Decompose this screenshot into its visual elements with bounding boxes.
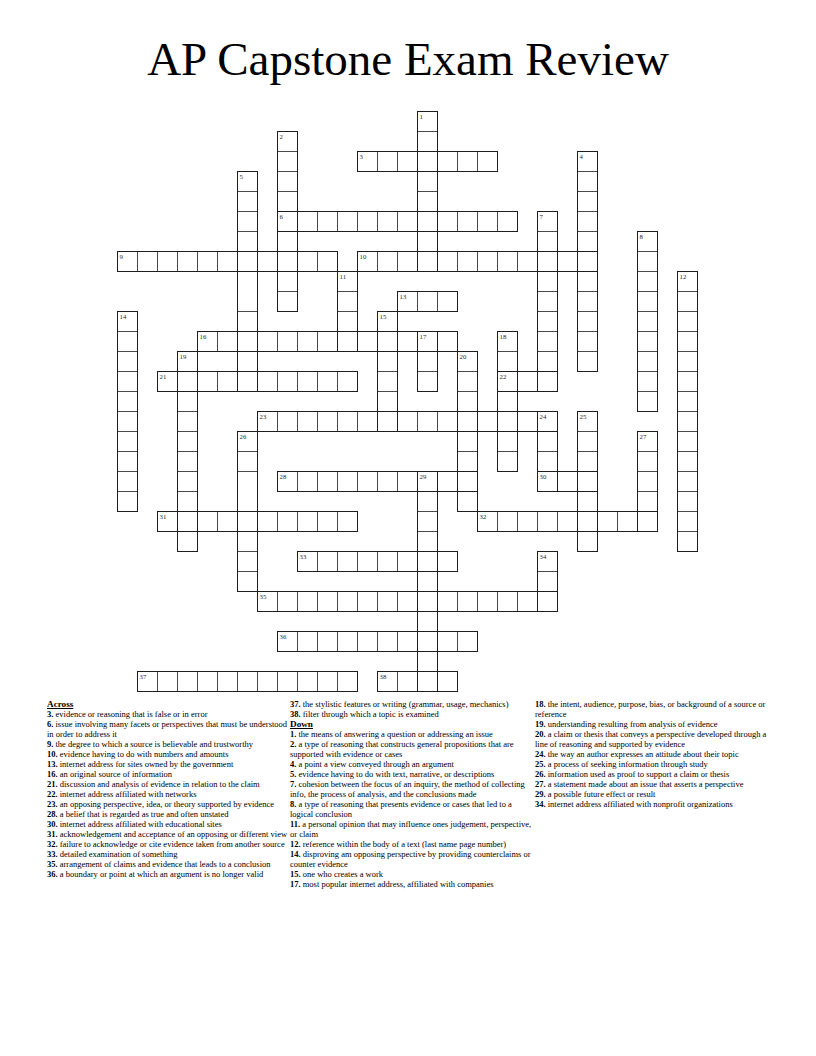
grid-cell[interactable]: [577, 231, 598, 252]
grid-cell[interactable]: [397, 551, 418, 572]
grid-cell[interactable]: [417, 331, 438, 352]
grid-cell[interactable]: [477, 151, 498, 172]
grid-cell[interactable]: [677, 291, 698, 312]
grid-cell[interactable]: [457, 411, 478, 432]
grid-cell[interactable]: [237, 211, 258, 232]
grid-cell[interactable]: [177, 451, 198, 472]
grid-cell[interactable]: [237, 671, 258, 692]
grid-cell[interactable]: [677, 311, 698, 332]
grid-cell[interactable]: [177, 351, 198, 372]
grid-cell[interactable]: [537, 291, 558, 312]
grid-cell[interactable]: [337, 271, 358, 292]
grid-cell[interactable]: [237, 251, 258, 272]
grid-cell[interactable]: [537, 351, 558, 372]
grid-cell[interactable]: [517, 371, 538, 392]
grid-cell[interactable]: [117, 491, 138, 512]
grid-cell[interactable]: [297, 471, 318, 492]
grid-cell[interactable]: [437, 331, 458, 352]
grid-cell[interactable]: [417, 671, 438, 692]
grid-cell[interactable]: [237, 171, 258, 192]
grid-cell[interactable]: [377, 351, 398, 372]
grid-cell[interactable]: [417, 631, 438, 652]
grid-cell[interactable]: [417, 551, 438, 572]
grid-cell[interactable]: [437, 211, 458, 232]
grid-cell[interactable]: [337, 511, 358, 532]
grid-cell[interactable]: [537, 431, 558, 452]
grid-cell[interactable]: [477, 211, 498, 232]
grid-cell[interactable]: [257, 591, 278, 612]
grid-cell[interactable]: [417, 471, 438, 492]
grid-cell[interactable]: [317, 251, 338, 272]
grid-cell[interactable]: [417, 511, 438, 532]
grid-cell[interactable]: [177, 471, 198, 492]
grid-cell[interactable]: [637, 231, 658, 252]
grid-cell[interactable]: [417, 171, 438, 192]
grid-cell[interactable]: [337, 211, 358, 232]
grid-cell[interactable]: [437, 671, 458, 692]
grid-cell[interactable]: [477, 411, 498, 432]
grid-cell[interactable]: [297, 371, 318, 392]
grid-cell[interactable]: [257, 251, 278, 272]
grid-cell[interactable]: [357, 411, 378, 432]
grid-cell[interactable]: [477, 591, 498, 612]
grid-cell[interactable]: [177, 391, 198, 412]
grid-cell[interactable]: [237, 231, 258, 252]
grid-cell[interactable]: [397, 151, 418, 172]
grid-cell[interactable]: [257, 671, 278, 692]
grid-cell[interactable]: [417, 591, 438, 612]
grid-cell[interactable]: [397, 671, 418, 692]
grid-cell[interactable]: [537, 551, 558, 572]
grid-cell[interactable]: [277, 291, 298, 312]
clue-down-18: 18. the intent, audience, purpose, bias,…: [535, 699, 777, 719]
grid-cell[interactable]: [297, 411, 318, 432]
grid-cell[interactable]: [337, 471, 358, 492]
grid-cell[interactable]: [437, 411, 458, 432]
grid-cell[interactable]: [537, 211, 558, 232]
grid-cell[interactable]: [177, 511, 198, 532]
grid-cell[interactable]: [317, 331, 338, 352]
grid-cell[interactable]: [617, 511, 638, 532]
grid-cell[interactable]: [557, 511, 578, 532]
grid-cell[interactable]: [517, 251, 538, 272]
grid-cell[interactable]: [417, 151, 438, 172]
grid-cell[interactable]: [197, 511, 218, 532]
grid-cell[interactable]: [377, 211, 398, 232]
clue-down-20: 20. a claim or thesis that conveys a per…: [535, 729, 777, 749]
grid-cell[interactable]: [497, 511, 518, 532]
grid-cell[interactable]: [497, 591, 518, 612]
grid-cell[interactable]: [637, 251, 658, 272]
grid-cell[interactable]: [137, 251, 158, 272]
grid-cell[interactable]: [377, 331, 398, 352]
grid-cell[interactable]: [677, 271, 698, 292]
grid-cell[interactable]: [317, 471, 338, 492]
grid-cell[interactable]: [377, 631, 398, 652]
grid-cell[interactable]: [357, 331, 378, 352]
grid-cell[interactable]: [277, 331, 298, 352]
grid-cell[interactable]: [497, 351, 518, 372]
grid-cell[interactable]: [457, 351, 478, 372]
grid-cell[interactable]: [577, 151, 598, 172]
grid-cell[interactable]: [457, 251, 478, 272]
grid-cell[interactable]: [237, 431, 258, 452]
grid-cell[interactable]: [417, 411, 438, 432]
grid-cell[interactable]: [577, 331, 598, 352]
grid-cell[interactable]: [297, 591, 318, 612]
grid-cell[interactable]: [177, 671, 198, 692]
grid-cell[interactable]: [677, 411, 698, 432]
clue-number: 12.: [290, 839, 301, 849]
grid-cell[interactable]: [417, 571, 438, 592]
grid-cell[interactable]: [317, 211, 338, 232]
grid-cell[interactable]: [317, 631, 338, 652]
grid-cell[interactable]: [537, 411, 558, 432]
grid-cell[interactable]: [437, 151, 458, 172]
grid-cell[interactable]: [117, 431, 138, 452]
grid-cell[interactable]: [317, 511, 338, 532]
grid-cell[interactable]: [457, 151, 478, 172]
grid-cell[interactable]: [237, 331, 258, 352]
grid-cell[interactable]: [177, 251, 198, 272]
grid-cell[interactable]: [317, 411, 338, 432]
grid-cell[interactable]: [357, 551, 378, 572]
grid-cell[interactable]: [377, 151, 398, 172]
grid-cell[interactable]: [117, 471, 138, 492]
grid-cell[interactable]: [577, 271, 598, 292]
grid-cell[interactable]: [637, 311, 658, 332]
grid-cell[interactable]: [377, 591, 398, 612]
clue-down-15: 15. one who creates a work: [290, 869, 532, 879]
grid-cell[interactable]: [637, 511, 658, 532]
grid-cell[interactable]: [577, 471, 598, 492]
clue-across-3: 3. evidence or reasoning that is false o…: [47, 709, 289, 719]
grid-cell[interactable]: [637, 291, 658, 312]
grid-cell[interactable]: [297, 511, 318, 532]
grid-cell[interactable]: [277, 271, 298, 292]
grid-cell[interactable]: [237, 351, 258, 372]
grid-cell[interactable]: [357, 151, 378, 172]
grid-cell[interactable]: [537, 251, 558, 272]
grid-cell[interactable]: [177, 371, 198, 392]
grid-cell[interactable]: [257, 371, 278, 392]
grid-cell[interactable]: [117, 411, 138, 432]
grid-cell[interactable]: [457, 451, 478, 472]
grid-cell[interactable]: [677, 491, 698, 512]
grid-cell[interactable]: [677, 431, 698, 452]
grid-cell[interactable]: [637, 491, 658, 512]
grid-cell[interactable]: [357, 591, 378, 612]
grid-cell[interactable]: [457, 591, 478, 612]
grid-cell[interactable]: [237, 311, 258, 332]
grid-cell[interactable]: [397, 251, 418, 272]
grid-cell[interactable]: [117, 371, 138, 392]
clue-number: 27.: [535, 779, 546, 789]
grid-cell[interactable]: [277, 191, 298, 212]
grid-cell[interactable]: [197, 671, 218, 692]
grid-cell[interactable]: [437, 471, 458, 492]
grid-cell[interactable]: [677, 391, 698, 412]
grid-cell[interactable]: [577, 491, 598, 512]
grid-cell[interactable]: [537, 231, 558, 252]
grid-cell[interactable]: [377, 391, 398, 412]
grid-cell[interactable]: [177, 431, 198, 452]
grid-cell[interactable]: [397, 411, 418, 432]
grid-cell[interactable]: [277, 171, 298, 192]
grid-cell[interactable]: [417, 351, 438, 372]
grid-cell[interactable]: [437, 591, 458, 612]
grid-cell[interactable]: [417, 291, 438, 312]
grid-cell[interactable]: [277, 211, 298, 232]
grid-cell[interactable]: [177, 411, 198, 432]
grid-cell[interactable]: [117, 331, 138, 352]
grid-cell[interactable]: [397, 631, 418, 652]
grid-cell[interactable]: [537, 331, 558, 352]
grid-cell[interactable]: [297, 211, 318, 232]
grid-cell[interactable]: [537, 571, 558, 592]
grid-cell[interactable]: [177, 491, 198, 512]
grid-cell[interactable]: [537, 271, 558, 292]
grid-cell[interactable]: [157, 511, 178, 532]
grid-cell[interactable]: [257, 331, 278, 352]
grid-cell[interactable]: [637, 471, 658, 492]
grid-cell[interactable]: [417, 211, 438, 232]
grid-cell[interactable]: [577, 171, 598, 192]
grid-cell[interactable]: [237, 531, 258, 552]
grid-cell[interactable]: [637, 331, 658, 352]
grid-cell[interactable]: [577, 191, 598, 212]
grid-cell[interactable]: [317, 591, 338, 612]
grid-cell[interactable]: [377, 371, 398, 392]
grid-cell[interactable]: [457, 491, 478, 512]
grid-cell[interactable]: [497, 391, 518, 412]
grid-cell[interactable]: [537, 471, 558, 492]
grid-cell[interactable]: [457, 371, 478, 392]
grid-cell[interactable]: [597, 511, 618, 532]
grid-cell[interactable]: [437, 551, 458, 572]
grid-cell[interactable]: [417, 191, 438, 212]
grid-cell[interactable]: [177, 531, 198, 552]
grid-cell[interactable]: [237, 551, 258, 572]
grid-cell[interactable]: [197, 331, 218, 352]
grid-cell[interactable]: [337, 411, 358, 432]
grid-cell[interactable]: [157, 371, 178, 392]
grid-cell[interactable]: [117, 351, 138, 372]
grid-cell[interactable]: [397, 591, 418, 612]
grid-cell[interactable]: [417, 371, 438, 392]
grid-cell[interactable]: [577, 531, 598, 552]
grid-cell[interactable]: [357, 471, 378, 492]
grid-cell[interactable]: [457, 631, 478, 652]
grid-cell[interactable]: [457, 471, 478, 492]
grid-cell[interactable]: [637, 391, 658, 412]
grid-cell[interactable]: [277, 231, 298, 252]
grid-cell[interactable]: [357, 211, 378, 232]
grid-cell[interactable]: [477, 251, 498, 272]
grid-cell[interactable]: [277, 471, 298, 492]
clue-number: 17.: [290, 879, 301, 889]
grid-cell[interactable]: [677, 451, 698, 472]
grid-cell[interactable]: [637, 351, 658, 372]
grid-cell[interactable]: [517, 411, 538, 432]
grid-cell[interactable]: [277, 631, 298, 652]
grid-cell[interactable]: [277, 671, 298, 692]
grid-cell[interactable]: [397, 331, 418, 352]
grid-cell[interactable]: [457, 211, 478, 232]
grid-cell[interactable]: [537, 311, 558, 332]
grid-cell[interactable]: [397, 471, 418, 492]
grid-cell[interactable]: [517, 591, 538, 612]
grid-cell[interactable]: [557, 251, 578, 272]
grid-cell[interactable]: [377, 471, 398, 492]
grid-cell[interactable]: [137, 671, 158, 692]
grid-cell[interactable]: [337, 291, 358, 312]
grid-cell[interactable]: [577, 411, 598, 432]
grid-cell[interactable]: [237, 191, 258, 212]
grid-cell[interactable]: [497, 451, 518, 472]
grid-cell[interactable]: [557, 471, 578, 492]
grid-cell[interactable]: [297, 631, 318, 652]
grid-cell[interactable]: [417, 491, 438, 512]
grid-cell[interactable]: [577, 211, 598, 232]
grid-cell[interactable]: [277, 411, 298, 432]
grid-cell[interactable]: [677, 511, 698, 532]
grid-cell[interactable]: [377, 311, 398, 332]
grid-cell[interactable]: [537, 451, 558, 472]
grid-cell[interactable]: [677, 331, 698, 352]
grid-cell[interactable]: [337, 591, 358, 612]
grid-cell[interactable]: [297, 251, 318, 272]
grid-cell[interactable]: [237, 371, 258, 392]
grid-cell[interactable]: [437, 251, 458, 272]
grid-cell[interactable]: [417, 111, 438, 132]
grid-cell[interactable]: [317, 371, 338, 392]
grid-cell[interactable]: [117, 251, 138, 272]
grid-cell[interactable]: [577, 351, 598, 372]
clue-number: 2.: [290, 739, 296, 749]
grid-cell[interactable]: [377, 411, 398, 432]
grid-cell[interactable]: [417, 531, 438, 552]
grid-cell[interactable]: [497, 331, 518, 352]
clue-number: 34.: [535, 799, 546, 809]
grid-cell[interactable]: [397, 211, 418, 232]
grid-cell[interactable]: [377, 671, 398, 692]
grid-cell[interactable]: [217, 371, 238, 392]
grid-cell[interactable]: [377, 251, 398, 272]
grid-cell[interactable]: [517, 511, 538, 532]
grid-cell[interactable]: [197, 251, 218, 272]
grid-cell[interactable]: [357, 251, 378, 272]
grid-cell[interactable]: [257, 411, 278, 432]
grid-cell[interactable]: [497, 371, 518, 392]
grid-cell[interactable]: [337, 331, 358, 352]
clue-down-24: 24. the way an author expresses an attit…: [535, 749, 777, 759]
grid-cell[interactable]: [297, 331, 318, 352]
grid-cell[interactable]: [577, 311, 598, 332]
grid-cell[interactable]: [457, 431, 478, 452]
grid-cell[interactable]: [497, 431, 518, 452]
grid-cell[interactable]: [677, 351, 698, 372]
grid-cell[interactable]: [277, 251, 298, 272]
grid-cell[interactable]: [417, 251, 438, 272]
grid-cell[interactable]: [577, 251, 598, 272]
grid-cell[interactable]: [277, 591, 298, 612]
grid-cell[interactable]: [157, 251, 178, 272]
grid-cell[interactable]: [217, 251, 238, 272]
grid-cell[interactable]: [217, 331, 238, 352]
grid-cell[interactable]: [437, 291, 458, 312]
grid-cell[interactable]: [637, 271, 658, 292]
grid-cell[interactable]: [637, 431, 658, 452]
grid-cell[interactable]: [197, 371, 218, 392]
grid-cell[interactable]: [297, 551, 318, 572]
grid-cell[interactable]: [337, 311, 358, 332]
grid-cell[interactable]: [677, 471, 698, 492]
clue-number: 30.: [47, 819, 58, 829]
clue-down-34: 34. internet address affiliated with non…: [535, 799, 777, 809]
grid-cell[interactable]: [477, 511, 498, 532]
grid-cell[interactable]: [577, 291, 598, 312]
grid-cell[interactable]: [337, 371, 358, 392]
grid-cell[interactable]: [537, 591, 558, 612]
grid-cell[interactable]: [217, 511, 238, 532]
grid-cell[interactable]: [337, 551, 358, 572]
grid-cell[interactable]: [497, 211, 518, 232]
grid-cell[interactable]: [497, 411, 518, 432]
grid-cell[interactable]: [417, 131, 438, 152]
grid-cell[interactable]: [117, 391, 138, 412]
grid-cell[interactable]: [497, 251, 518, 272]
grid-cell[interactable]: [677, 531, 698, 552]
grid-cell[interactable]: [237, 451, 258, 472]
grid-cell[interactable]: [577, 451, 598, 472]
grid-cell[interactable]: [417, 611, 438, 632]
clue-down-14: 14. disproving am opposing perspective b…: [290, 849, 532, 869]
grid-cell[interactable]: [317, 671, 338, 692]
grid-cell[interactable]: [157, 671, 178, 692]
grid-cell[interactable]: [237, 511, 258, 532]
grid-cell[interactable]: [457, 391, 478, 412]
grid-cell[interactable]: [417, 231, 438, 252]
grid-cell[interactable]: [317, 551, 338, 572]
grid-cell[interactable]: [537, 511, 558, 532]
grid-cell[interactable]: [577, 431, 598, 452]
clue-down-19: 19. understanding resulting from analysi…: [535, 719, 777, 729]
grid-cell[interactable]: [577, 511, 598, 532]
grid-cell[interactable]: [277, 511, 298, 532]
grid-cell[interactable]: [257, 511, 278, 532]
grid-cell[interactable]: [337, 671, 358, 692]
grid-cell[interactable]: [397, 291, 418, 312]
grid-cell[interactable]: [337, 631, 358, 652]
grid-cell[interactable]: [637, 371, 658, 392]
grid-cell[interactable]: [297, 671, 318, 692]
grid-cell[interactable]: [357, 631, 378, 652]
grid-cell[interactable]: [677, 371, 698, 392]
grid-cell[interactable]: [277, 131, 298, 152]
grid-cell[interactable]: [437, 631, 458, 652]
grid-cell[interactable]: [117, 311, 138, 332]
grid-cell[interactable]: [277, 371, 298, 392]
grid-cell[interactable]: [237, 571, 258, 592]
grid-cell[interactable]: [377, 551, 398, 572]
clue-across-21: 21. discussion and analysis of evidence …: [47, 779, 289, 789]
grid-cell[interactable]: [217, 671, 238, 692]
grid-cell[interactable]: [117, 451, 138, 472]
grid-cell[interactable]: [537, 371, 558, 392]
grid-cell[interactable]: [637, 451, 658, 472]
grid-cell[interactable]: [417, 651, 438, 672]
